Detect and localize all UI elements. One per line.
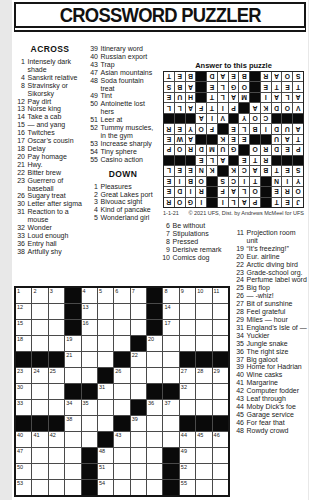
clue-33: 33Loud enough (15, 232, 85, 240)
clue-text: Kind of pancake (101, 206, 159, 214)
grid-cell-r4c2[interactable] (32, 336, 47, 351)
clue-45: 45Garage service (234, 411, 308, 419)
answer-cell-r6c11: R (186, 145, 196, 154)
grid-cell-r3c5[interactable]: 16 (82, 320, 97, 335)
answer-cell-r11c13: E (164, 93, 174, 102)
grid-cell-r6c13[interactable]: 29 (213, 368, 228, 383)
cell-number: 39 (132, 416, 138, 423)
clue-number: 15 (15, 121, 25, 129)
grid-cell-r9c10[interactable] (163, 416, 178, 431)
clue-number: 1 (88, 183, 98, 191)
grid-cell-r2c10[interactable]: 14 (163, 304, 178, 319)
grid-cell-r13c8[interactable] (131, 480, 146, 495)
cell-number: 14 (164, 304, 170, 311)
grid-cell-r9c9[interactable] (147, 416, 162, 431)
grid-cell-r12c6[interactable]: 51 (98, 464, 113, 479)
clue-55: 55Casino action (88, 156, 158, 164)
clue-16: 16Twitches (15, 129, 85, 137)
clue-number: 9 (160, 246, 170, 254)
grid-cell-r11c3[interactable] (49, 448, 64, 463)
clue-50: 50Antoinette lost hers (88, 100, 158, 116)
clue-number: 23 (234, 269, 244, 277)
grid-cell-r7c3[interactable] (49, 384, 64, 399)
grid-cell-r11c12[interactable] (196, 448, 211, 463)
grid-cell-r8c3[interactable] (49, 400, 64, 415)
clue-35: 35Jungle snake (234, 340, 308, 348)
grid-cell-r2c7[interactable] (114, 304, 129, 319)
clue-number: 6 (160, 222, 170, 230)
answer-cell-r4c5: A (250, 166, 260, 175)
clue-number: 17 (15, 137, 25, 145)
answer-cell-r10c8: I (218, 103, 228, 112)
grid-cell-r3c8[interactable] (131, 320, 146, 335)
answer-cell-r10c10: F (196, 103, 206, 112)
grid-cell-r1c13[interactable]: 11 (213, 288, 228, 303)
grid-cell-r11c2[interactable] (32, 448, 47, 463)
grid-cell-r1c7[interactable]: 6 (114, 288, 129, 303)
clue-text: Pleasures (101, 183, 159, 191)
clue-number: 25 (234, 284, 244, 292)
answer-black-cell (261, 135, 271, 144)
clue-number: 2 (88, 191, 98, 199)
clue-text: Norse king (28, 105, 86, 113)
grid-cell-r8c1[interactable]: 33 (16, 400, 31, 415)
grid-cell-r2c12[interactable] (196, 304, 211, 319)
cell-number: 16 (83, 320, 89, 327)
grid-cell-r5c4[interactable]: 21 (65, 352, 80, 367)
down-header: DOWN (88, 169, 158, 179)
grid-cell-r4c1[interactable]: 18 (16, 336, 31, 351)
grid-cell-r2c8[interactable] (131, 304, 146, 319)
grid-cell-r11c1[interactable]: 47 (16, 448, 31, 463)
grid-cell-r11c6[interactable]: 48 (98, 448, 113, 463)
grid-cell-r4c11[interactable] (180, 336, 195, 351)
answer-cell-r3c3: N (272, 177, 282, 186)
grid-cell-r1c11[interactable]: 9 (180, 288, 195, 303)
grid-cell-r13c1[interactable]: 53 (16, 480, 31, 495)
black-cell-r13c5 (82, 480, 97, 495)
answer-black-cell (207, 198, 217, 207)
answer-cell-r10c1: V (293, 103, 303, 112)
grid-cell-r6c5[interactable] (82, 368, 97, 383)
clue-number: 20 (234, 253, 244, 261)
grid-cell-r1c8[interactable]: 7 (131, 288, 146, 303)
clue-number: 1 (15, 58, 25, 74)
answer-cell-r6c9: M (207, 145, 217, 154)
clue-number: 37 (234, 356, 244, 364)
clue-number: 30 (15, 200, 25, 208)
grid-cell-r6c7[interactable]: 26 (114, 368, 129, 383)
clue-18: 18Delay (15, 145, 85, 153)
grid-cell-r7c1[interactable]: 30 (16, 384, 31, 399)
answer-cell-r9c4: C (261, 114, 271, 123)
cell-number: 51 (99, 464, 105, 471)
grid-cell-r5c9[interactable] (147, 352, 162, 367)
answer-black-cell (207, 177, 217, 186)
grid-cell-r5c5[interactable] (82, 352, 97, 367)
grid-cell-r13c9[interactable] (147, 480, 162, 495)
grid-cell-r7c2[interactable] (32, 384, 47, 399)
grid-cell-r6c12[interactable]: 28 (196, 368, 211, 383)
grid-cell-r12c8[interactable] (131, 464, 146, 479)
clue-column-4: 11Projection room unit19“It’s freezing!”… (234, 229, 308, 435)
grid-cell-r7c11[interactable]: 32 (180, 384, 195, 399)
grid-cell-r6c9[interactable] (147, 368, 162, 383)
answer-black-cell (239, 145, 249, 154)
black-cell-r4c8 (131, 336, 146, 351)
grid-cell-r2c11[interactable] (180, 304, 195, 319)
grid-cell-r8c11[interactable] (180, 400, 195, 415)
answer-cell-r11c9: T (207, 93, 217, 102)
cell-number: 42 (50, 432, 56, 439)
answer-cell-r4c4: B (261, 166, 271, 175)
black-cell-r7c5 (82, 384, 97, 399)
grid-cell-r1c5[interactable]: 4 (82, 288, 97, 303)
clue-22: 22Bitter brew (15, 169, 85, 177)
cell-number: 52 (181, 464, 187, 471)
grid-cell-r2c5[interactable]: 13 (82, 304, 97, 319)
grid-cell-r8c2[interactable] (32, 400, 47, 415)
answer-cell-r1c12: O (175, 198, 185, 207)
grid-cell-r10c12[interactable]: 45 (196, 432, 211, 447)
answer-cell-r2c6: L (239, 187, 249, 196)
grid-cell-r11c8[interactable] (131, 448, 146, 463)
clue-number: 4 (15, 74, 25, 82)
grid-cell-r11c11[interactable]: 49 (180, 448, 195, 463)
answer-cell-r4c7: K (229, 166, 239, 175)
clue-number: 18 (15, 145, 25, 153)
clue-text: Big galoot (247, 356, 309, 364)
clue-number: 16 (15, 129, 25, 137)
grid-cell-r13c12[interactable] (196, 480, 211, 495)
grid-cell-r4c7[interactable] (114, 336, 129, 351)
black-cell-r7c10 (163, 384, 178, 399)
clue-text: Pay homage (28, 153, 86, 161)
clue-53: 53Increase sharply (88, 140, 158, 148)
black-cell-r3c4 (65, 320, 80, 335)
grid-cell-r9c4[interactable]: 38 (65, 416, 80, 431)
grid-cell-r6c2[interactable]: 24 (32, 368, 47, 383)
grid-cell-r2c13[interactable] (213, 304, 228, 319)
grid-cell-r3c7[interactable] (114, 320, 129, 335)
grid-cell-r4c5[interactable] (82, 336, 97, 351)
grid-cell-r5c8[interactable]: 22 (131, 352, 146, 367)
clue-text: Projection room unit (247, 229, 309, 245)
grid-cell-r9c6[interactable] (98, 416, 113, 431)
answer-black-cell (282, 114, 292, 123)
answer-cell-r5c4: R (261, 156, 271, 165)
cell-number: 48 (99, 448, 105, 455)
answer-black-cell (164, 156, 174, 165)
cell-number: 36 (148, 400, 154, 407)
grid-cell-r12c4[interactable] (65, 464, 80, 479)
answer-cell-r8c4: I (261, 124, 271, 133)
black-cell-r7c9 (147, 384, 162, 399)
cell-number: 21 (66, 352, 72, 359)
grid-cell-r8c6[interactable] (98, 400, 113, 415)
black-cell-r9c3 (49, 416, 64, 431)
grid-cell-r13c2[interactable] (32, 480, 47, 495)
grid-cell-r1c2[interactable]: 2 (32, 288, 47, 303)
grid-cell-r7c7[interactable] (114, 384, 129, 399)
clue-number: 8 (15, 82, 25, 98)
answer-cell-r3c8: S (218, 177, 228, 186)
clue-text: Letter after sigma (28, 200, 86, 208)
cell-number: 33 (17, 400, 23, 407)
clue-number: 50 (88, 100, 98, 116)
grid-cell-r5c10[interactable] (163, 352, 178, 367)
grid-cell-r12c3[interactable] (49, 464, 64, 479)
answer-cell-r4c3: T (272, 166, 282, 175)
answer-cell-r10c12: L (175, 103, 185, 112)
answer-cell-r6c1: P (293, 145, 303, 154)
cell-number: 12 (17, 304, 23, 311)
answer-cell-r13c7: E (229, 72, 239, 81)
clue-number: 13 (15, 105, 25, 113)
grid-cell-r12c7[interactable] (114, 464, 129, 479)
black-cell-r9c11 (180, 416, 195, 431)
down-clue-list: 1Pleasures2Great Lakes port3Bivouac sigh… (88, 183, 158, 223)
grid-cell-r10c5[interactable] (82, 432, 97, 447)
answer-cell-r1c2: E (282, 198, 292, 207)
clue-text: Bitter brew (28, 169, 86, 177)
answer-black-cell (282, 156, 292, 165)
answer-cell-r2c8: F (218, 187, 228, 196)
cell-number: 22 (132, 352, 138, 359)
clue-48: 48Soda fountain treat (88, 77, 158, 93)
grid-cell-r11c9[interactable] (147, 448, 162, 463)
grid-cell-r10c2[interactable]: 41 (32, 432, 47, 447)
grid-cell-r8c4[interactable]: 34 (65, 400, 80, 415)
answer-black-cell (261, 198, 271, 207)
answer-cell-r10c2: O (282, 103, 292, 112)
grid-cell-r2c6[interactable] (98, 304, 113, 319)
grid-cell-r6c11[interactable]: 27 (180, 368, 195, 383)
grid-cell-r2c3[interactable] (49, 304, 64, 319)
clue-text: Feel grateful (247, 308, 309, 316)
grid-cell-r11c4[interactable] (65, 448, 80, 463)
clue-40: 40Russian export (88, 53, 158, 61)
title-box: CROSSWORD PUZZLER (14, 2, 306, 32)
cell-number: 19 (66, 336, 72, 343)
grid-cell-r1c3[interactable]: 3 (49, 288, 64, 303)
cell-number: 28 (197, 368, 203, 375)
grid-cell-r10c10[interactable] (163, 432, 178, 447)
grid-cell-r12c13[interactable] (213, 464, 228, 479)
grid-cell-r13c7[interactable] (114, 480, 129, 495)
answer-cell-r8c6: L (239, 124, 249, 133)
grid-cell-r4c6[interactable] (98, 336, 113, 351)
clue-text: Intensely dark shade (28, 58, 86, 74)
clue-number: 48 (234, 427, 244, 435)
grid-cell-r3c3[interactable] (49, 320, 64, 335)
answer-cell-r1c11: G (186, 198, 196, 207)
answer-cell-r7c12: W (175, 135, 185, 144)
answer-cell-r4c6: C (239, 166, 249, 175)
grid-cell-r6c10[interactable] (163, 368, 178, 383)
grid-cell-r8c9[interactable]: 36 (147, 400, 162, 415)
grid-cell-r13c11[interactable]: 55 (180, 480, 195, 495)
answer-cell-r13c11: B (186, 72, 196, 81)
grid-cell-r3c13[interactable] (213, 320, 228, 335)
clue-51: 51Leer at (88, 116, 158, 124)
grid-cell-r4c4[interactable]: 19 (65, 336, 80, 351)
grid-cell-r3c11[interactable] (180, 320, 195, 335)
grid-cell-r1c6[interactable]: 5 (98, 288, 113, 303)
answer-cell-r10c5: A (250, 103, 260, 112)
grid-cell-r1c10[interactable]: 8 (163, 288, 178, 303)
answer-cell-r4c13: L (164, 166, 174, 175)
grid-cell-r8c5[interactable]: 35 (82, 400, 97, 415)
grid-cell-r6c4[interactable] (65, 368, 80, 383)
clue-text: — and yang (28, 121, 86, 129)
clue-number: 54 (88, 148, 98, 156)
grid-cell-r10c8[interactable] (131, 432, 146, 447)
clue-text: Tint (101, 92, 159, 100)
cell-number: 54 (99, 480, 105, 487)
grid-cell-r5c6[interactable] (98, 352, 113, 367)
grid-cell-r3c12[interactable] (196, 320, 211, 335)
clue-number: 20 (15, 153, 25, 161)
grid-cell-r10c4[interactable] (65, 432, 80, 447)
black-cell-r5c12 (196, 352, 211, 367)
cell-number: 8 (164, 288, 167, 295)
grid-cell-r6c3[interactable]: 25 (49, 368, 64, 383)
clue-number: 19 (234, 245, 244, 253)
answer-cell-r2c3: E (272, 187, 282, 196)
grid-cell-r10c7[interactable]: 43 (114, 432, 129, 447)
grid-cell-r12c12[interactable] (196, 464, 211, 479)
clue-number: 47 (88, 69, 98, 77)
grid-cell-r11c13[interactable] (213, 448, 228, 463)
grid-cell-r6c8[interactable] (131, 368, 146, 383)
answer-black-cell (250, 82, 260, 91)
cell-number: 10 (197, 288, 203, 295)
grid-cell-r4c10[interactable] (163, 336, 178, 351)
answer-cell-r3c10: O (196, 177, 206, 186)
answer-cell-r7c8: K (218, 135, 228, 144)
clue-number: 35 (234, 340, 244, 348)
grid-cell-r1c12[interactable]: 10 (196, 288, 211, 303)
clue-text: Be without (173, 222, 233, 230)
clue-number: 21 (15, 161, 25, 169)
grid-cell-r10c9[interactable] (147, 432, 162, 447)
clue-40: 40Wine casks (234, 371, 308, 379)
answer-cell-r2c13: E (164, 187, 174, 196)
answer-cell-r13c3: A (272, 72, 282, 81)
grid-cell-r8c12[interactable] (196, 400, 211, 415)
answer-cell-r1c1: J (293, 198, 303, 207)
clue-19: 19“It’s freezing!” (234, 245, 308, 253)
grid-cell-r7c13[interactable] (213, 384, 228, 399)
clue-text: Guerrero of baseball (28, 177, 86, 193)
grid-cell-r3c1[interactable]: 15 (16, 320, 31, 335)
answer-cell-r2c12: D (175, 187, 185, 196)
cell-number: 6 (115, 288, 118, 295)
clue-30: 30Letter after sigma (15, 200, 85, 208)
clue-text: Garage service (247, 411, 309, 419)
answer-cell-r10c4: K (261, 103, 271, 112)
down-clue-list-2: 6Be without7Stipulations8Pressed9Derisiv… (160, 222, 232, 262)
grid-cell-r10c11[interactable]: 44 (180, 432, 195, 447)
grid-cell-r4c12[interactable] (196, 336, 211, 351)
grid-cell-r11c7[interactable] (114, 448, 129, 463)
clue-text: Tummy muscles, in the gym (101, 124, 159, 140)
grid-cell-r8c10[interactable]: 37 (163, 400, 178, 415)
clue-39: 39Home for Hadrian (234, 363, 308, 371)
grid-cell-r2c2[interactable] (32, 304, 47, 319)
grid-cell-r13c6[interactable]: 54 (98, 480, 113, 495)
grid-cell-r4c3[interactable] (49, 336, 64, 351)
black-cell-r9c13 (213, 416, 228, 431)
clue-text: Hwy. (28, 161, 86, 169)
grid-cell-r3c2[interactable] (32, 320, 47, 335)
answer-cell-r3c5: T (250, 177, 260, 186)
clue-39: 39Itinerary word (88, 45, 158, 53)
grid-cell-r2c1[interactable]: 12 (16, 304, 31, 319)
grid-cell-r13c3[interactable] (49, 480, 64, 495)
grid-cell-r8c7[interactable] (114, 400, 129, 415)
grid-cell-r3c6[interactable] (98, 320, 113, 335)
across-header: ACROSS (15, 44, 85, 54)
clue-9: 9Derisive remark (160, 246, 232, 254)
black-cell-r5c13 (213, 352, 228, 367)
grid-cell-r12c2[interactable] (32, 464, 47, 479)
clue-number: 41 (234, 379, 244, 387)
grid-cell-r13c13[interactable] (213, 480, 228, 495)
grid-cell-r9c8[interactable]: 39 (131, 416, 146, 431)
clue-number: 39 (88, 45, 98, 53)
grid-cell-r3c10[interactable]: 17 (163, 320, 178, 335)
grid-cell-r4c13[interactable] (213, 336, 228, 351)
clue-12: 12Pay dirt (15, 98, 85, 106)
grid-cell-r12c9[interactable] (147, 464, 162, 479)
grid-cell-r7c8[interactable] (131, 384, 146, 399)
grid-cell-r8c13[interactable] (213, 400, 228, 415)
grid-cell-r10c3[interactable]: 42 (49, 432, 64, 447)
cell-number: 25 (50, 368, 56, 375)
grid-cell-r7c6[interactable]: 31 (98, 384, 113, 399)
answer-cell-r7c2: A (282, 135, 292, 144)
grid-cell-r6c1[interactable]: 23 (16, 368, 31, 383)
across-clue-list-continued: 39Itinerary word40Russian export43Trap47… (88, 45, 158, 164)
clue-32: 32Wonder (15, 224, 85, 232)
clue-number: 10 (160, 254, 170, 262)
black-cell-r5c7 (114, 352, 129, 367)
cell-number: 53 (17, 480, 23, 487)
grid-cell-r13c4[interactable] (65, 480, 80, 495)
grid-cell-r10c1[interactable]: 40 (16, 432, 31, 447)
grid-cell-r12c1[interactable]: 50 (16, 464, 31, 479)
grid-cell-r4c9[interactable]: 20 (147, 336, 162, 351)
clue-text: Loud enough (28, 232, 86, 240)
clue-36: 36The right size (234, 348, 308, 356)
grid-cell-r1c1[interactable]: 1 (16, 288, 31, 303)
grid-cell-r7c12[interactable] (196, 384, 211, 399)
answer-cell-r11c8: L (218, 93, 228, 102)
answer-cell-r3c1: Y (293, 177, 303, 186)
grid-cell-r9c5[interactable] (82, 416, 97, 431)
answer-cell-r2c1: O (293, 187, 303, 196)
answer-black-cell (229, 156, 239, 165)
cell-number: 37 (164, 400, 170, 407)
answer-cell-r12c11: A (186, 82, 196, 91)
clue-text: Stravinsky or Sikorsky (28, 82, 86, 98)
answer-cell-r4c2: E (282, 166, 292, 175)
answer-black-cell (272, 114, 282, 123)
grid-cell-r12c11[interactable]: 52 (180, 464, 195, 479)
grid-cell-r10c13[interactable]: 46 (213, 432, 228, 447)
